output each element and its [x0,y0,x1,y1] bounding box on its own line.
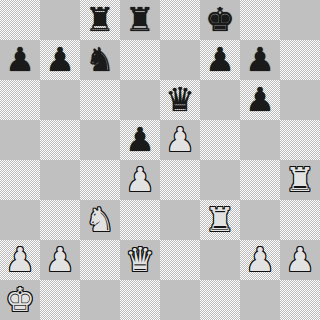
square-e3[interactable] [160,200,200,240]
square-c6[interactable] [80,80,120,120]
square-a6[interactable] [0,80,40,120]
black-queen-piece[interactable]: ♛ [165,80,195,120]
black-pawn-piece[interactable]: ♟ [125,120,155,160]
square-b5[interactable] [40,120,80,160]
white-pawn-piece[interactable]: ♟ [45,240,75,280]
square-h1[interactable] [280,280,320,320]
square-c5[interactable] [80,120,120,160]
square-b6[interactable] [40,80,80,120]
square-d6[interactable] [120,80,160,120]
square-d8[interactable]: ♜ [120,0,160,40]
square-a1[interactable]: ♚ [0,280,40,320]
square-a5[interactable] [0,120,40,160]
square-d1[interactable] [120,280,160,320]
square-d5[interactable]: ♟ [120,120,160,160]
square-e8[interactable] [160,0,200,40]
square-h8[interactable] [280,0,320,40]
black-pawn-piece[interactable]: ♟ [205,40,235,80]
square-b1[interactable] [40,280,80,320]
black-rook-piece[interactable]: ♜ [85,0,115,40]
square-g8[interactable] [240,0,280,40]
white-pawn-piece[interactable]: ♟ [165,120,195,160]
black-knight-piece[interactable]: ♞ [85,40,115,80]
square-f1[interactable] [200,280,240,320]
square-f6[interactable] [200,80,240,120]
black-king-piece[interactable]: ♚ [205,0,235,40]
square-b2[interactable]: ♟ [40,240,80,280]
square-a4[interactable] [0,160,40,200]
square-d3[interactable] [120,200,160,240]
square-e5[interactable]: ♟ [160,120,200,160]
white-pawn-piece[interactable]: ♟ [285,240,315,280]
square-f8[interactable]: ♚ [200,0,240,40]
square-h2[interactable]: ♟ [280,240,320,280]
black-pawn-piece[interactable]: ♟ [245,80,275,120]
square-c4[interactable] [80,160,120,200]
square-e6[interactable]: ♛ [160,80,200,120]
square-g7[interactable]: ♟ [240,40,280,80]
square-h3[interactable] [280,200,320,240]
square-g6[interactable]: ♟ [240,80,280,120]
square-b7[interactable]: ♟ [40,40,80,80]
black-pawn-piece[interactable]: ♟ [245,40,275,80]
square-e2[interactable] [160,240,200,280]
square-g2[interactable]: ♟ [240,240,280,280]
square-a2[interactable]: ♟ [0,240,40,280]
square-b3[interactable] [40,200,80,240]
black-rook-piece[interactable]: ♜ [125,0,155,40]
white-rook-piece[interactable]: ♜ [205,200,235,240]
white-rook-piece[interactable]: ♜ [285,160,315,200]
white-pawn-piece[interactable]: ♟ [125,160,155,200]
square-h5[interactable] [280,120,320,160]
square-g1[interactable] [240,280,280,320]
square-e4[interactable] [160,160,200,200]
square-h4[interactable]: ♜ [280,160,320,200]
square-h6[interactable] [280,80,320,120]
square-f4[interactable] [200,160,240,200]
square-c3[interactable]: ♞ [80,200,120,240]
square-c2[interactable] [80,240,120,280]
square-d7[interactable] [120,40,160,80]
square-b8[interactable] [40,0,80,40]
square-e7[interactable] [160,40,200,80]
square-e1[interactable] [160,280,200,320]
square-f5[interactable] [200,120,240,160]
square-c8[interactable]: ♜ [80,0,120,40]
square-d4[interactable]: ♟ [120,160,160,200]
white-pawn-piece[interactable]: ♟ [5,240,35,280]
square-h7[interactable] [280,40,320,80]
square-d2[interactable]: ♛ [120,240,160,280]
square-f7[interactable]: ♟ [200,40,240,80]
square-a3[interactable] [0,200,40,240]
square-a8[interactable] [0,0,40,40]
white-queen-piece[interactable]: ♛ [125,240,155,280]
square-b4[interactable] [40,160,80,200]
square-g5[interactable] [240,120,280,160]
square-c7[interactable]: ♞ [80,40,120,80]
white-pawn-piece[interactable]: ♟ [245,240,275,280]
square-f3[interactable]: ♜ [200,200,240,240]
square-g3[interactable] [240,200,280,240]
white-knight-piece[interactable]: ♞ [85,200,115,240]
white-king-piece[interactable]: ♚ [5,280,35,320]
square-a7[interactable]: ♟ [0,40,40,80]
square-g4[interactable] [240,160,280,200]
square-c1[interactable] [80,280,120,320]
chess-board: ♜♜♚♟♟♞♟♟♛♟♟♟♟♜♞♜♟♟♛♟♟♚ [0,0,320,320]
black-pawn-piece[interactable]: ♟ [45,40,75,80]
black-pawn-piece[interactable]: ♟ [5,40,35,80]
square-f2[interactable] [200,240,240,280]
